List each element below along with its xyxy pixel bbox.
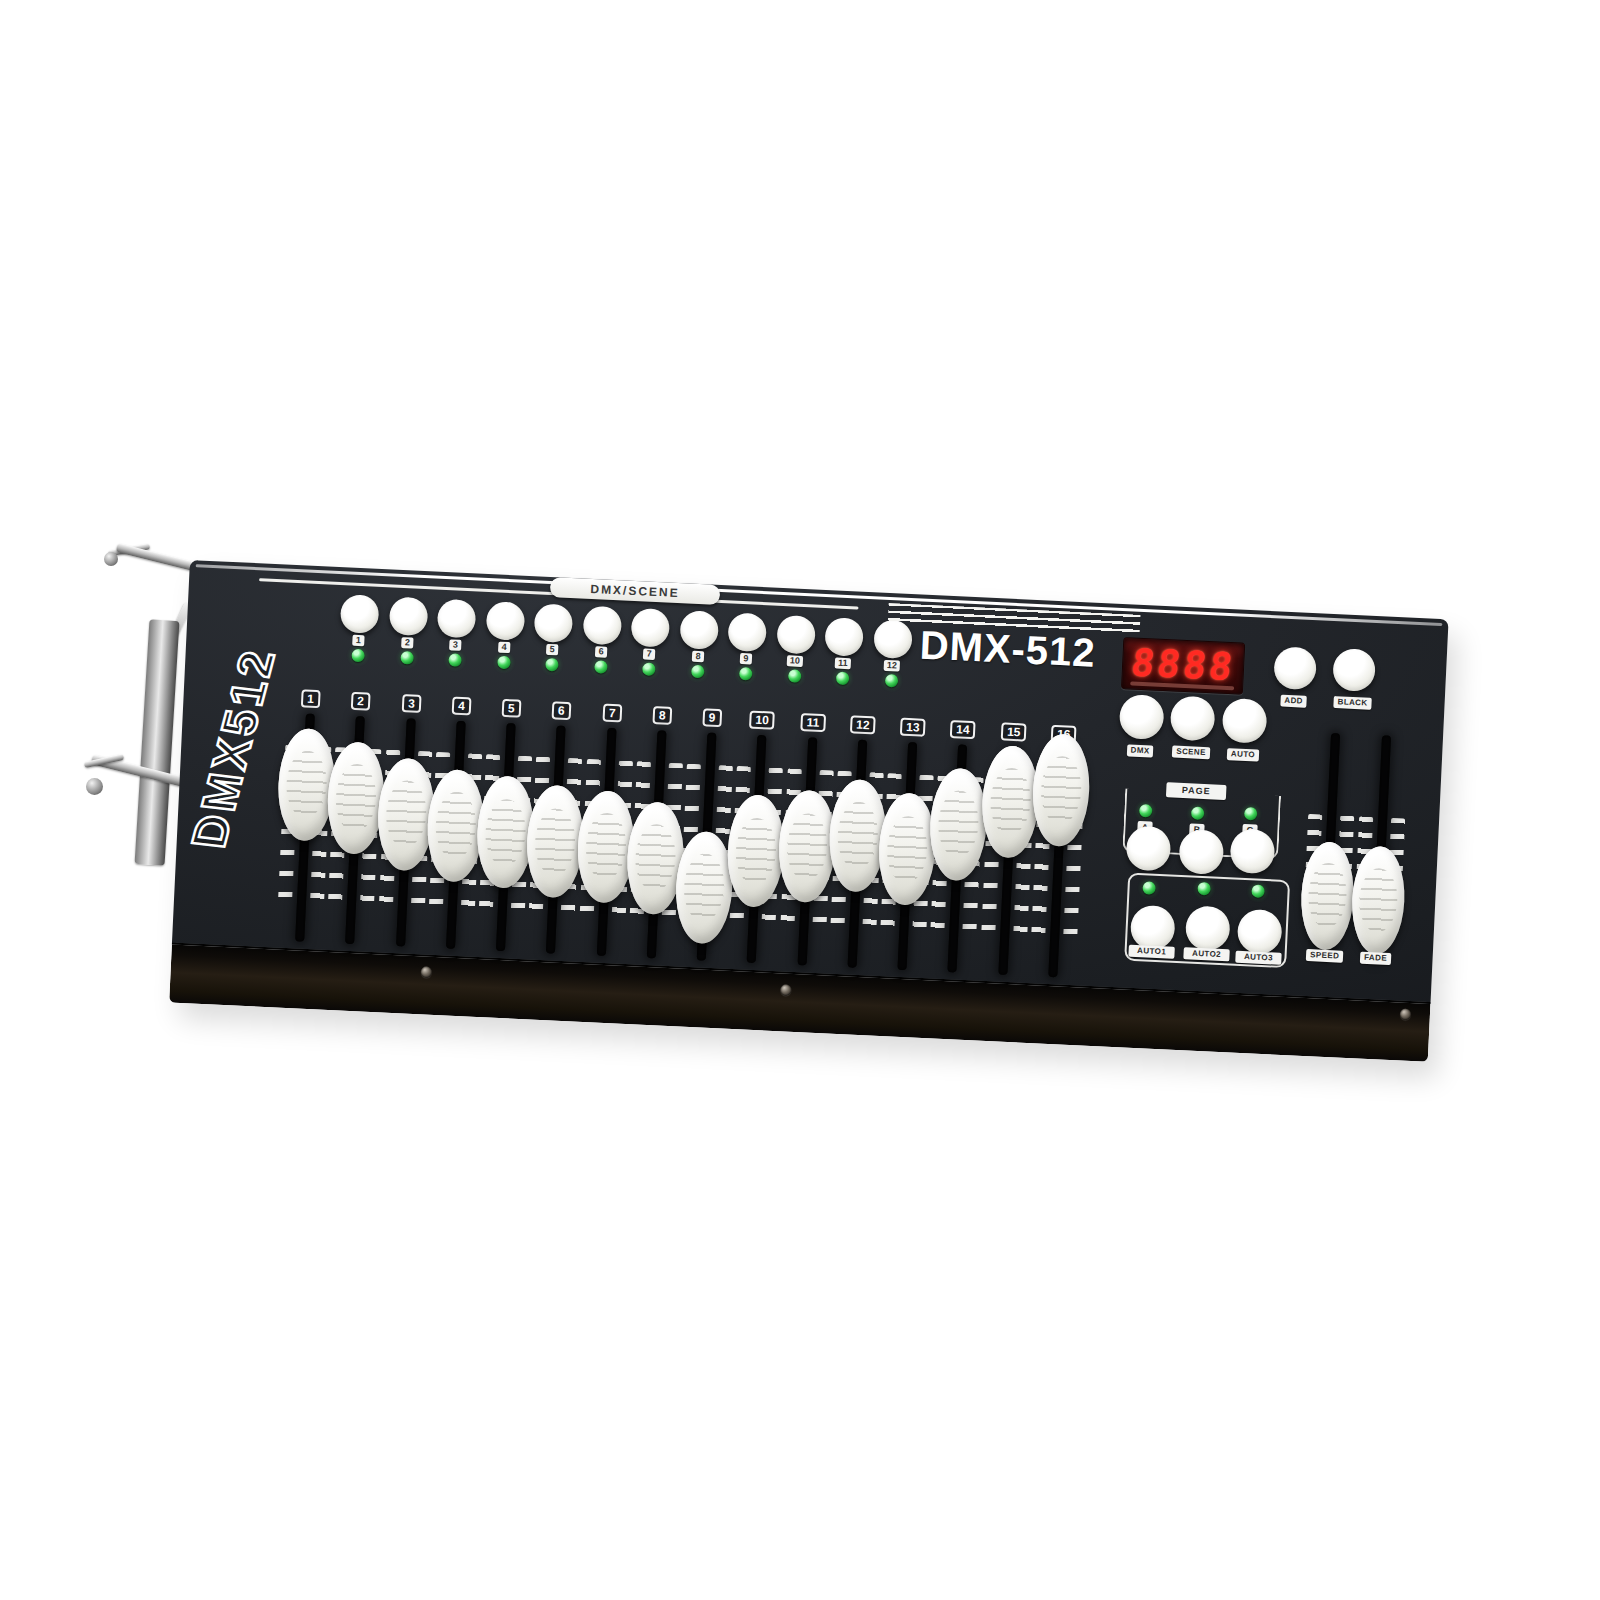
dmx-scene-strip-label: DMX/SCENE xyxy=(550,577,721,605)
seven-segment-display: 8888 xyxy=(1121,637,1245,695)
scene-button-1[interactable]: 1 xyxy=(335,594,382,663)
scene-button-number: 11 xyxy=(835,658,851,670)
scene-button-3[interactable]: 3 xyxy=(432,599,479,668)
scene-button-number: 4 xyxy=(498,642,510,654)
scene-button-number: 2 xyxy=(402,637,414,649)
scene-led xyxy=(738,667,752,681)
scene-button-number: 5 xyxy=(546,644,558,656)
fader-number: 8 xyxy=(652,706,672,725)
screw xyxy=(421,966,433,978)
fader-number: 6 xyxy=(552,701,572,720)
auto-mode-label: AUTO xyxy=(1227,748,1260,762)
mount-bracket-bottom-bolt xyxy=(86,778,103,795)
scene-button-5[interactable]: 5 xyxy=(529,603,576,672)
dmx-mode-button[interactable] xyxy=(1119,694,1165,740)
fader-number: 7 xyxy=(603,704,623,723)
auto-button-3-label: AUTO3 xyxy=(1235,951,1282,965)
fader-number: 1 xyxy=(301,689,321,708)
scene-led xyxy=(594,660,608,674)
scene-button-11[interactable]: 11 xyxy=(820,617,867,686)
add-button[interactable] xyxy=(1273,646,1317,690)
scene-led xyxy=(884,674,898,688)
scene-button-10[interactable]: 10 xyxy=(772,615,819,684)
auto-mode-button[interactable] xyxy=(1222,698,1268,744)
product-photo: DMX512 DMX/SCENE 1 2 3 4 5 6 7 8 9 10 11… xyxy=(0,0,1600,1600)
scene-button-7[interactable]: 7 xyxy=(626,608,673,677)
fader-number: 9 xyxy=(702,708,722,727)
fader-number: 2 xyxy=(351,692,371,711)
fader-number: 10 xyxy=(749,711,775,730)
scene-button-8[interactable]: 8 xyxy=(675,610,722,679)
mount-bracket-plate xyxy=(135,619,180,865)
scene-button-6[interactable]: 6 xyxy=(578,605,625,674)
control-panel: DMX512 DMX/SCENE 1 2 3 4 5 6 7 8 9 10 11… xyxy=(172,560,1449,1004)
scene-button[interactable] xyxy=(679,610,719,650)
scene-button[interactable] xyxy=(534,603,574,643)
fader-number: 3 xyxy=(402,694,422,713)
page-group-label: PAGE xyxy=(1166,782,1227,800)
dmx-mode-button-unit[interactable]: DMX xyxy=(1112,694,1171,759)
scene-button[interactable] xyxy=(486,601,526,641)
fader-number: 11 xyxy=(800,713,826,732)
scene-led xyxy=(351,649,365,663)
scene-led xyxy=(400,651,414,665)
scene-button-number: 7 xyxy=(643,648,655,660)
scene-button-number: 3 xyxy=(450,639,462,651)
fader-number: 5 xyxy=(502,699,522,718)
fader-number: 13 xyxy=(900,718,926,737)
fader-cap[interactable] xyxy=(1031,733,1092,848)
scene-button[interactable] xyxy=(824,617,864,657)
scene-led xyxy=(787,669,801,683)
speed-fader-label: SPEED xyxy=(1306,949,1344,963)
fade-fader-label: FADE xyxy=(1360,952,1391,965)
scene-mode-label: SCENE xyxy=(1172,745,1210,759)
scene-button-number: 6 xyxy=(595,646,607,658)
add-button-label: ADD xyxy=(1280,695,1307,708)
auto-button-1-label: AUTO1 xyxy=(1128,945,1175,959)
scene-led xyxy=(835,672,849,686)
screw xyxy=(780,984,792,996)
dmx-mode-label: DMX xyxy=(1126,744,1154,757)
scene-button[interactable] xyxy=(582,606,622,646)
auto-button-2-label: AUTO2 xyxy=(1183,947,1230,961)
scene-led xyxy=(448,653,462,667)
fader-number: 15 xyxy=(1001,722,1027,741)
mount-bracket-top-bolt xyxy=(104,552,118,566)
scene-button-number: 9 xyxy=(740,653,752,665)
scene-button-number: 1 xyxy=(353,635,365,647)
scene-button-4[interactable]: 4 xyxy=(481,601,528,670)
add-button-unit[interactable]: ADD xyxy=(1267,646,1322,708)
scene-mode-button[interactable] xyxy=(1170,695,1216,741)
fader-number: 4 xyxy=(452,697,472,716)
scene-mode-button-unit[interactable]: SCENE xyxy=(1163,695,1222,760)
black-button-unit[interactable]: BLACK xyxy=(1326,648,1381,710)
scene-button-2[interactable]: 2 xyxy=(384,596,431,665)
screw xyxy=(1400,1009,1412,1021)
scene-button[interactable] xyxy=(340,594,380,634)
scene-led xyxy=(497,656,511,670)
scene-button-9[interactable]: 9 xyxy=(723,612,770,681)
scene-button-number: 8 xyxy=(692,651,704,663)
auto-mode-button-unit[interactable]: AUTO xyxy=(1215,698,1274,763)
fader-number: 14 xyxy=(950,720,976,739)
scene-button[interactable] xyxy=(389,596,429,636)
scene-led xyxy=(545,658,559,672)
display-digits: 8888 xyxy=(1120,638,1247,691)
scene-button[interactable] xyxy=(630,608,670,648)
black-button-label: BLACK xyxy=(1333,696,1372,710)
scene-button[interactable] xyxy=(437,599,477,639)
scene-led xyxy=(642,662,656,676)
scene-led xyxy=(691,665,705,679)
black-button[interactable] xyxy=(1332,648,1376,692)
scene-button[interactable] xyxy=(776,615,816,655)
dmx-controller-console: DMX512 DMX/SCENE 1 2 3 4 5 6 7 8 9 10 11… xyxy=(169,560,1448,1062)
fader-number: 12 xyxy=(850,715,876,734)
scene-button[interactable] xyxy=(727,612,767,652)
scene-button-number: 10 xyxy=(787,655,804,667)
